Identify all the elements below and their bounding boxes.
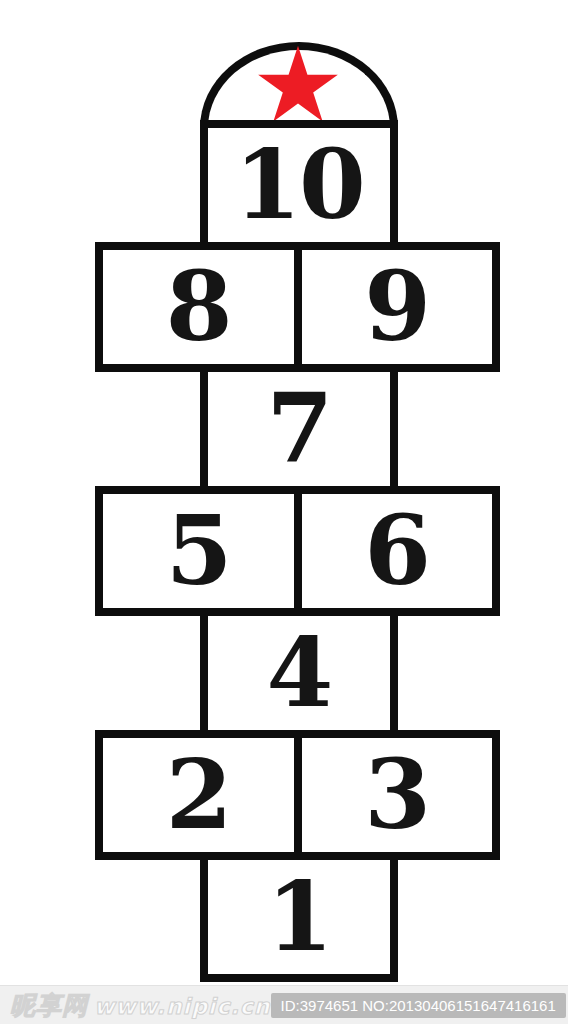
cell-2[interactable]: 2: [103, 738, 302, 852]
site-logo: 昵享网www.nipic.cn: [10, 989, 271, 1022]
cell-4[interactable]: 4: [200, 608, 398, 738]
image-id-badge: ID:3974651 NO:20130406151647416161: [271, 993, 566, 1018]
cell-1-number: 1: [267, 869, 332, 965]
cell-8-number: 8: [166, 259, 231, 355]
cell-8[interactable]: 8: [103, 250, 302, 364]
cell-1[interactable]: 1: [200, 852, 398, 982]
cell-6[interactable]: 6: [302, 494, 493, 608]
cell-2-number: 2: [166, 747, 231, 843]
watermark-bar: 昵享网www.nipic.cn ID:3974651 NO:2013040615…: [0, 985, 568, 1024]
row-2-3: 2 3: [95, 730, 500, 860]
cell-3[interactable]: 3: [302, 738, 493, 852]
cell-6-number: 6: [364, 503, 429, 599]
cell-5[interactable]: 5: [103, 494, 302, 608]
cell-10[interactable]: 10: [200, 120, 398, 250]
hopscotch-court: 10 8 9 7 5 6 4 2 3 1: [0, 0, 568, 1024]
site-logo-url: www.nipic.cn: [94, 994, 271, 1019]
cell-4-number: 4: [267, 625, 332, 721]
cell-7[interactable]: 7: [200, 364, 398, 494]
cell-9[interactable]: 9: [302, 250, 493, 364]
star-shape: [258, 46, 338, 122]
row-8-9: 8 9: [95, 242, 500, 372]
site-logo-name: 昵享网: [10, 991, 88, 1020]
cell-9-number: 9: [364, 259, 429, 355]
cell-3-number: 3: [364, 747, 429, 843]
row-5-6: 5 6: [95, 486, 500, 616]
cell-5-number: 5: [166, 503, 231, 599]
cell-10-number: 10: [234, 137, 364, 233]
star-icon: [253, 45, 343, 123]
cell-7-number: 7: [267, 381, 332, 477]
